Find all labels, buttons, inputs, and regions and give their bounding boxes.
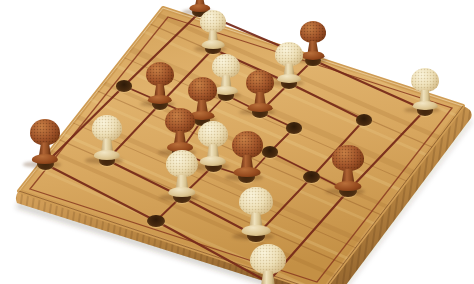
point-hole-a4[interactable] — [147, 215, 165, 227]
point-hole-d2[interactable] — [303, 171, 320, 183]
peg-light[interactable] — [275, 42, 303, 83]
peg-head — [166, 150, 198, 177]
peg-foot — [202, 40, 225, 49]
peg-foot — [200, 156, 226, 166]
peg-dark[interactable] — [146, 62, 174, 104]
peg-foot — [234, 167, 261, 177]
peg-light[interactable] — [200, 10, 226, 49]
peg-light[interactable] — [411, 68, 440, 110]
point-hole-d7[interactable] — [116, 80, 132, 91]
peg-head — [212, 54, 240, 78]
peg-head — [332, 145, 364, 172]
peg-dark[interactable] — [246, 70, 275, 112]
peg-foot — [94, 150, 120, 160]
peg-foot — [277, 74, 301, 83]
peg-head — [246, 70, 275, 94]
peg-light[interactable] — [166, 150, 198, 197]
point-hole-e3[interactable] — [286, 122, 303, 134]
peg-foot — [214, 86, 238, 95]
peg-light[interactable] — [92, 115, 123, 160]
peg-head — [232, 131, 263, 157]
peg-dark[interactable] — [300, 21, 327, 60]
peg-head — [146, 62, 174, 86]
peg-head — [165, 108, 195, 134]
peg-head — [300, 21, 327, 44]
board-points — [0, 0, 474, 284]
peg-foot — [334, 181, 361, 191]
peg-head — [198, 121, 229, 147]
peg-foot — [32, 154, 58, 164]
peg-dark[interactable] — [232, 131, 263, 177]
peg-light[interactable] — [198, 121, 229, 166]
point-hole-f2[interactable] — [356, 114, 372, 126]
peg-dark[interactable] — [332, 145, 364, 192]
peg-foot — [242, 225, 271, 236]
peg-foot — [148, 95, 172, 104]
peg-head — [275, 42, 303, 66]
peg-head — [239, 187, 272, 215]
peg-light[interactable] — [250, 244, 286, 284]
peg-head — [200, 10, 226, 32]
peg-head — [411, 68, 440, 92]
point-hole-d3[interactable] — [262, 146, 279, 158]
peg-head — [250, 244, 286, 274]
board-scene — [0, 0, 474, 284]
peg-dark[interactable] — [165, 108, 195, 152]
peg-foot — [248, 103, 273, 112]
peg-foot — [301, 51, 324, 60]
peg-foot — [168, 187, 195, 197]
peg-head — [188, 77, 217, 102]
peg-head — [30, 119, 61, 145]
peg-foot — [413, 101, 438, 110]
peg-head — [92, 115, 123, 141]
peg-dark[interactable] — [30, 119, 61, 164]
peg-light[interactable] — [239, 187, 272, 236]
